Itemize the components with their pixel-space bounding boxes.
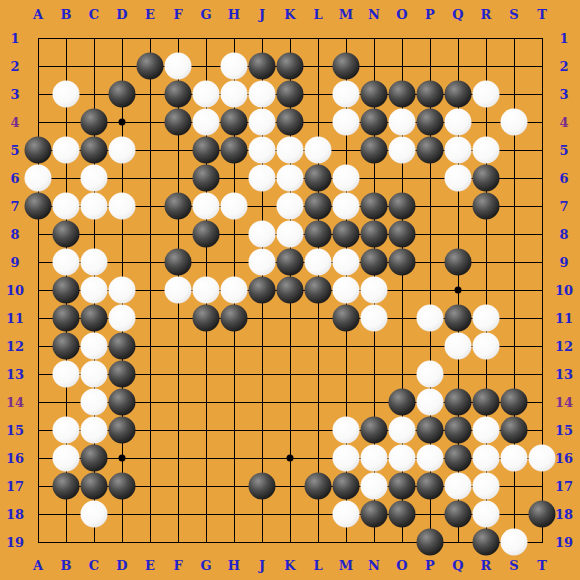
stone-C15-white (81, 417, 108, 444)
stone-P14-white (417, 389, 444, 416)
stone-G3-white (193, 81, 220, 108)
col-label-bottom-L: L (313, 559, 322, 572)
stone-K3-black (277, 81, 304, 108)
row-label-right-9: 9 (559, 256, 568, 269)
stone-N11-white (361, 305, 388, 332)
col-label-top-L: L (313, 8, 322, 21)
stone-F2-white (165, 53, 192, 80)
row-label-right-14: 14 (555, 396, 573, 409)
stone-J3-white (249, 81, 276, 108)
row-label-right-10: 10 (555, 284, 573, 297)
row-label-right-12: 12 (555, 340, 573, 353)
col-label-top-J: J (259, 8, 265, 21)
row-label-left-15: 15 (6, 424, 24, 437)
stone-K2-black (277, 53, 304, 80)
stone-C17-black (81, 473, 108, 500)
stone-J4-white (249, 109, 276, 136)
stone-G7-white (193, 193, 220, 220)
stone-H2-white (221, 53, 248, 80)
stone-N8-black (361, 221, 388, 248)
stone-P4-black (417, 109, 444, 136)
stone-T16-white (529, 445, 556, 472)
col-label-bottom-M: M (339, 559, 353, 572)
stone-D12-black (109, 333, 136, 360)
stone-S19-white (501, 529, 528, 556)
stone-C6-white (81, 165, 108, 192)
stone-B8-black (53, 221, 80, 248)
row-label-left-2: 2 (10, 60, 19, 73)
stone-Q15-black (445, 417, 472, 444)
stone-L8-black (305, 221, 332, 248)
stone-C16-black (81, 445, 108, 472)
col-label-bottom-D: D (116, 559, 127, 572)
row-label-left-11: 11 (6, 312, 24, 325)
stone-R7-black (473, 193, 500, 220)
stone-D11-white (109, 305, 136, 332)
stone-H3-white (221, 81, 248, 108)
stone-C5-black (81, 137, 108, 164)
row-label-right-15: 15 (555, 424, 573, 437)
row-label-left-13: 13 (6, 368, 24, 381)
stone-P5-black (417, 137, 444, 164)
col-label-bottom-O: O (396, 559, 407, 572)
row-label-right-13: 13 (555, 368, 573, 381)
stone-P16-white (417, 445, 444, 472)
stone-O8-black (389, 221, 416, 248)
stone-M11-black (333, 305, 360, 332)
stone-K8-white (277, 221, 304, 248)
stone-P15-black (417, 417, 444, 444)
stone-G10-white (193, 277, 220, 304)
stone-D14-black (109, 389, 136, 416)
stone-R16-white (473, 445, 500, 472)
stone-J10-black (249, 277, 276, 304)
stone-F3-black (165, 81, 192, 108)
stone-D3-black (109, 81, 136, 108)
stone-N3-black (361, 81, 388, 108)
stone-D7-white (109, 193, 136, 220)
stone-P11-white (417, 305, 444, 332)
stone-N18-black (361, 501, 388, 528)
stone-O4-white (389, 109, 416, 136)
stone-G11-black (193, 305, 220, 332)
stone-M8-black (333, 221, 360, 248)
stone-O14-black (389, 389, 416, 416)
stone-R5-white (473, 137, 500, 164)
stone-G6-black (193, 165, 220, 192)
row-label-left-1: 1 (10, 32, 19, 45)
stone-O9-black (389, 249, 416, 276)
stone-R18-white (473, 501, 500, 528)
stone-O3-black (389, 81, 416, 108)
row-label-right-8: 8 (559, 228, 568, 241)
col-label-top-M: M (339, 8, 353, 21)
stone-B16-white (53, 445, 80, 472)
stone-C18-white (81, 501, 108, 528)
col-label-top-Q: Q (452, 8, 463, 21)
stone-C7-white (81, 193, 108, 220)
row-label-left-9: 9 (10, 256, 19, 269)
stone-G8-black (193, 221, 220, 248)
col-label-top-H: H (228, 8, 240, 21)
stone-O16-white (389, 445, 416, 472)
row-label-left-3: 3 (10, 88, 19, 101)
stone-H5-black (221, 137, 248, 164)
col-label-bottom-S: S (509, 559, 518, 572)
stone-P19-black (417, 529, 444, 556)
stone-K6-white (277, 165, 304, 192)
stone-C10-white (81, 277, 108, 304)
stone-M18-white (333, 501, 360, 528)
stone-N7-black (361, 193, 388, 220)
stone-O5-white (389, 137, 416, 164)
row-label-right-18: 18 (555, 508, 573, 521)
col-label-top-N: N (368, 8, 380, 21)
stone-C13-white (81, 361, 108, 388)
stone-Q3-black (445, 81, 472, 108)
stone-L7-black (305, 193, 332, 220)
stone-H7-white (221, 193, 248, 220)
stone-H10-white (221, 277, 248, 304)
stone-Q9-black (445, 249, 472, 276)
col-label-bottom-B: B (61, 559, 72, 572)
stone-N4-black (361, 109, 388, 136)
stone-K7-white (277, 193, 304, 220)
stone-J6-white (249, 165, 276, 192)
stone-C12-white (81, 333, 108, 360)
stone-L9-white (305, 249, 332, 276)
stone-C11-black (81, 305, 108, 332)
stone-N5-black (361, 137, 388, 164)
row-label-left-14: 14 (6, 396, 24, 409)
stone-A6-white (25, 165, 52, 192)
col-label-bottom-H: H (228, 559, 240, 572)
stone-H11-black (221, 305, 248, 332)
stone-C9-white (81, 249, 108, 276)
stone-L10-black (305, 277, 332, 304)
stone-Q5-white (445, 137, 472, 164)
stone-M3-white (333, 81, 360, 108)
stone-B11-black (53, 305, 80, 332)
col-label-top-K: K (284, 8, 295, 21)
go-board[interactable]: ABCDEFGHJKLMNOPQRST ABCDEFGHJKLMNOPQRST … (0, 0, 580, 580)
stone-S14-black (501, 389, 528, 416)
stone-T18-black (529, 501, 556, 528)
stone-E2-black (137, 53, 164, 80)
row-label-left-7: 7 (10, 200, 19, 213)
stone-Q4-white (445, 109, 472, 136)
row-label-right-4: 4 (559, 116, 568, 129)
stone-M10-white (333, 277, 360, 304)
row-label-right-11: 11 (555, 312, 573, 325)
stone-Q14-black (445, 389, 472, 416)
col-label-top-P: P (425, 8, 435, 21)
stone-M9-white (333, 249, 360, 276)
row-label-right-16: 16 (555, 452, 573, 465)
stone-F10-white (165, 277, 192, 304)
col-label-top-R: R (481, 8, 492, 21)
row-label-right-19: 19 (555, 536, 573, 549)
stone-M6-white (333, 165, 360, 192)
col-label-bottom-T: T (537, 559, 547, 572)
hoshi-K16 (287, 455, 294, 462)
stone-J5-white (249, 137, 276, 164)
row-label-left-12: 12 (6, 340, 24, 353)
stone-C4-black (81, 109, 108, 136)
col-label-top-C: C (89, 8, 99, 21)
hoshi-D16 (119, 455, 126, 462)
row-label-right-2: 2 (559, 60, 568, 73)
stone-J2-black (249, 53, 276, 80)
stone-N9-black (361, 249, 388, 276)
stone-S16-white (501, 445, 528, 472)
stone-O7-black (389, 193, 416, 220)
stone-R11-white (473, 305, 500, 332)
stone-J8-white (249, 221, 276, 248)
row-label-right-17: 17 (555, 480, 573, 493)
stone-M2-black (333, 53, 360, 80)
stone-F9-black (165, 249, 192, 276)
row-label-left-8: 8 (10, 228, 19, 241)
stone-O15-white (389, 417, 416, 444)
stone-O18-black (389, 501, 416, 528)
stone-P3-black (417, 81, 444, 108)
stone-D13-black (109, 361, 136, 388)
stone-N16-white (361, 445, 388, 472)
col-label-bottom-N: N (368, 559, 380, 572)
col-label-top-B: B (61, 8, 72, 21)
hoshi-Q10 (455, 287, 462, 294)
stone-B7-white (53, 193, 80, 220)
col-label-top-S: S (509, 8, 518, 21)
stone-M17-black (333, 473, 360, 500)
col-label-bottom-E: E (145, 559, 155, 572)
stone-B15-white (53, 417, 80, 444)
stone-P13-white (417, 361, 444, 388)
col-label-bottom-G: G (200, 559, 211, 572)
stone-S4-white (501, 109, 528, 136)
stone-F7-black (165, 193, 192, 220)
stone-R12-white (473, 333, 500, 360)
col-label-top-F: F (173, 8, 182, 21)
row-label-right-7: 7 (559, 200, 568, 213)
row-label-left-10: 10 (6, 284, 24, 297)
stone-Q12-white (445, 333, 472, 360)
stone-F4-black (165, 109, 192, 136)
stone-M7-white (333, 193, 360, 220)
stone-A5-black (25, 137, 52, 164)
row-label-right-1: 1 (559, 32, 568, 45)
row-label-left-5: 5 (10, 144, 19, 157)
stone-R6-black (473, 165, 500, 192)
stone-L5-white (305, 137, 332, 164)
grid-line-h-19 (38, 542, 543, 543)
stone-B3-white (53, 81, 80, 108)
stone-Q6-white (445, 165, 472, 192)
stone-Q11-black (445, 305, 472, 332)
stone-R14-black (473, 389, 500, 416)
stone-H4-black (221, 109, 248, 136)
stone-R3-white (473, 81, 500, 108)
stone-M4-white (333, 109, 360, 136)
stone-R15-white (473, 417, 500, 444)
col-label-bottom-J: J (259, 559, 265, 572)
col-label-bottom-K: K (284, 559, 295, 572)
stone-D5-white (109, 137, 136, 164)
stone-B10-black (53, 277, 80, 304)
stone-J17-black (249, 473, 276, 500)
stone-B12-black (53, 333, 80, 360)
stone-M15-white (333, 417, 360, 444)
row-label-left-18: 18 (6, 508, 24, 521)
stone-B5-white (53, 137, 80, 164)
stone-Q17-white (445, 473, 472, 500)
row-label-left-4: 4 (10, 116, 19, 129)
col-label-bottom-C: C (89, 559, 99, 572)
row-label-right-6: 6 (559, 172, 568, 185)
row-label-right-5: 5 (559, 144, 568, 157)
stone-K10-black (277, 277, 304, 304)
stone-K5-white (277, 137, 304, 164)
stone-L6-black (305, 165, 332, 192)
col-label-bottom-P: P (425, 559, 435, 572)
stone-K9-black (277, 249, 304, 276)
col-label-top-T: T (537, 8, 547, 21)
stone-L17-black (305, 473, 332, 500)
hoshi-D4 (119, 119, 126, 126)
row-label-left-6: 6 (10, 172, 19, 185)
stone-Q18-black (445, 501, 472, 528)
stone-G5-black (193, 137, 220, 164)
stone-C14-white (81, 389, 108, 416)
row-label-left-19: 19 (6, 536, 24, 549)
stone-G4-white (193, 109, 220, 136)
col-label-top-A: A (33, 8, 43, 21)
stone-A7-black (25, 193, 52, 220)
stone-R17-white (473, 473, 500, 500)
stone-B13-white (53, 361, 80, 388)
stone-N10-white (361, 277, 388, 304)
stone-B9-white (53, 249, 80, 276)
stone-M16-white (333, 445, 360, 472)
stone-D15-black (109, 417, 136, 444)
row-label-left-17: 17 (6, 480, 24, 493)
stone-B17-black (53, 473, 80, 500)
col-label-bottom-Q: Q (452, 559, 463, 572)
stone-J9-white (249, 249, 276, 276)
stone-D10-white (109, 277, 136, 304)
stone-N15-black (361, 417, 388, 444)
stone-Q16-black (445, 445, 472, 472)
stone-S15-black (501, 417, 528, 444)
col-label-top-E: E (145, 8, 155, 21)
row-label-left-16: 16 (6, 452, 24, 465)
stone-N17-white (361, 473, 388, 500)
stone-K4-black (277, 109, 304, 136)
row-label-right-3: 3 (559, 88, 568, 101)
stone-D17-black (109, 473, 136, 500)
col-label-bottom-F: F (173, 559, 182, 572)
col-label-bottom-R: R (481, 559, 492, 572)
stone-R19-black (473, 529, 500, 556)
col-label-bottom-A: A (33, 559, 43, 572)
col-label-top-D: D (116, 8, 127, 21)
col-label-top-O: O (396, 8, 407, 21)
stone-P17-black (417, 473, 444, 500)
stone-O17-black (389, 473, 416, 500)
col-label-top-G: G (200, 8, 211, 21)
